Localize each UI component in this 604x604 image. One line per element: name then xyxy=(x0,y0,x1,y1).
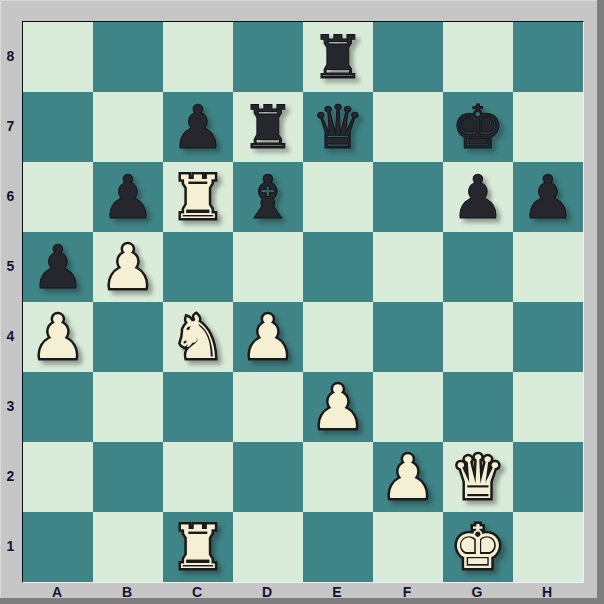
square-g8[interactable] xyxy=(443,22,513,92)
piece-white-knight[interactable]: ♞♞ xyxy=(163,302,233,372)
square-a5[interactable]: ♟ xyxy=(23,232,93,302)
piece-white-pawn[interactable]: ♟♟ xyxy=(93,232,163,302)
piece-white-rook[interactable]: ♜♜ xyxy=(163,162,233,232)
pawn-icon: ♟ xyxy=(513,162,583,232)
piece-black-pawn[interactable]: ♟ xyxy=(443,162,513,232)
rank-label-6: 6 xyxy=(0,161,21,231)
rank-label-4: 4 xyxy=(0,301,21,371)
file-label-b: B xyxy=(92,583,162,601)
square-c5[interactable] xyxy=(163,232,233,302)
square-h1[interactable] xyxy=(513,512,583,582)
square-e7[interactable]: ♛ xyxy=(303,92,373,162)
pawn-icon: ♟ xyxy=(303,372,373,442)
square-c8[interactable] xyxy=(163,22,233,92)
square-d5[interactable] xyxy=(233,232,303,302)
square-d3[interactable] xyxy=(233,372,303,442)
square-b8[interactable] xyxy=(93,22,163,92)
square-g5[interactable] xyxy=(443,232,513,302)
square-g1[interactable]: ♚♚ xyxy=(443,512,513,582)
king-icon: ♚ xyxy=(443,512,513,582)
square-f2[interactable]: ♟♟ xyxy=(373,442,443,512)
pawn-icon: ♟ xyxy=(443,162,513,232)
piece-black-rook[interactable]: ♜ xyxy=(303,22,373,92)
square-g6[interactable]: ♟ xyxy=(443,162,513,232)
knight-icon: ♞ xyxy=(163,302,233,372)
square-b5[interactable]: ♟♟ xyxy=(93,232,163,302)
square-c1[interactable]: ♜♜ xyxy=(163,512,233,582)
piece-white-pawn[interactable]: ♟♟ xyxy=(303,372,373,442)
pawn-icon: ♟ xyxy=(93,232,163,302)
square-d6[interactable]: ♝ xyxy=(233,162,303,232)
square-c2[interactable] xyxy=(163,442,233,512)
square-e6[interactable] xyxy=(303,162,373,232)
pawn-icon: ♟ xyxy=(23,232,93,302)
square-c4[interactable]: ♞♞ xyxy=(163,302,233,372)
rook-icon: ♜ xyxy=(163,162,233,232)
piece-black-rook[interactable]: ♜ xyxy=(233,92,303,162)
square-g2[interactable]: ♛♛ xyxy=(443,442,513,512)
rook-icon: ♜ xyxy=(233,92,303,162)
square-d4[interactable]: ♟♟ xyxy=(233,302,303,372)
square-b2[interactable] xyxy=(93,442,163,512)
square-d1[interactable] xyxy=(233,512,303,582)
square-d7[interactable]: ♜ xyxy=(233,92,303,162)
file-label-c: C xyxy=(162,583,232,601)
king-icon: ♚ xyxy=(443,92,513,162)
piece-black-pawn[interactable]: ♟ xyxy=(513,162,583,232)
square-h7[interactable] xyxy=(513,92,583,162)
square-d2[interactable] xyxy=(233,442,303,512)
rook-icon: ♜ xyxy=(163,512,233,582)
square-e1[interactable] xyxy=(303,512,373,582)
square-a2[interactable] xyxy=(23,442,93,512)
bishop-icon: ♝ xyxy=(233,162,303,232)
square-g3[interactable] xyxy=(443,372,513,442)
rank-label-2: 2 xyxy=(0,441,21,511)
pawn-icon: ♟ xyxy=(233,302,303,372)
piece-black-pawn[interactable]: ♟ xyxy=(163,92,233,162)
square-h6[interactable]: ♟ xyxy=(513,162,583,232)
rank-label-1: 1 xyxy=(0,511,21,581)
square-f6[interactable] xyxy=(373,162,443,232)
piece-white-king[interactable]: ♚♚ xyxy=(443,512,513,582)
file-label-a: A xyxy=(22,583,92,601)
square-b7[interactable] xyxy=(93,92,163,162)
rook-icon: ♜ xyxy=(303,22,373,92)
piece-black-pawn[interactable]: ♟ xyxy=(93,162,163,232)
square-b4[interactable] xyxy=(93,302,163,372)
square-e8[interactable]: ♜ xyxy=(303,22,373,92)
queen-icon: ♛ xyxy=(303,92,373,162)
square-b6[interactable]: ♟ xyxy=(93,162,163,232)
file-label-g: G xyxy=(442,583,512,601)
file-label-h: H xyxy=(512,583,582,601)
pawn-icon: ♟ xyxy=(23,302,93,372)
square-a8[interactable] xyxy=(23,22,93,92)
square-h2[interactable] xyxy=(513,442,583,512)
square-e3[interactable]: ♟♟ xyxy=(303,372,373,442)
pawn-icon: ♟ xyxy=(373,442,443,512)
pawn-icon: ♟ xyxy=(163,92,233,162)
square-f4[interactable] xyxy=(373,302,443,372)
square-h5[interactable] xyxy=(513,232,583,302)
piece-white-queen[interactable]: ♛♛ xyxy=(443,442,513,512)
rank-label-5: 5 xyxy=(0,231,21,301)
piece-black-bishop[interactable]: ♝ xyxy=(233,162,303,232)
square-h3[interactable] xyxy=(513,372,583,442)
square-a1[interactable] xyxy=(23,512,93,582)
piece-black-pawn[interactable]: ♟ xyxy=(23,232,93,302)
square-g7[interactable]: ♚ xyxy=(443,92,513,162)
piece-white-rook[interactable]: ♜♜ xyxy=(163,512,233,582)
rank-label-7: 7 xyxy=(0,91,21,161)
square-a7[interactable] xyxy=(23,92,93,162)
square-h8[interactable] xyxy=(513,22,583,92)
chessboard-frame: ♜♟♜♛♚♟♜♜♝♟♟♟♟♟♟♟♞♞♟♟♟♟♟♟♛♛♜♜♚♚ 87654321A… xyxy=(0,0,604,604)
square-c3[interactable] xyxy=(163,372,233,442)
queen-icon: ♛ xyxy=(443,442,513,512)
file-label-f: F xyxy=(372,583,442,601)
file-label-d: D xyxy=(232,583,302,601)
square-c6[interactable]: ♜♜ xyxy=(163,162,233,232)
square-f7[interactable] xyxy=(373,92,443,162)
square-b3[interactable] xyxy=(93,372,163,442)
piece-white-pawn[interactable]: ♟♟ xyxy=(233,302,303,372)
piece-white-pawn[interactable]: ♟♟ xyxy=(23,302,93,372)
pawn-icon: ♟ xyxy=(93,162,163,232)
chess-board: ♜♟♜♛♚♟♜♜♝♟♟♟♟♟♟♟♞♞♟♟♟♟♟♟♛♛♜♜♚♚ xyxy=(22,21,584,583)
square-f1[interactable] xyxy=(373,512,443,582)
square-d8[interactable] xyxy=(233,22,303,92)
square-f3[interactable] xyxy=(373,372,443,442)
square-e2[interactable] xyxy=(303,442,373,512)
square-e4[interactable] xyxy=(303,302,373,372)
square-a6[interactable] xyxy=(23,162,93,232)
square-c7[interactable]: ♟ xyxy=(163,92,233,162)
square-g4[interactable] xyxy=(443,302,513,372)
piece-black-king[interactable]: ♚ xyxy=(443,92,513,162)
square-h4[interactable] xyxy=(513,302,583,372)
square-a3[interactable] xyxy=(23,372,93,442)
file-label-e: E xyxy=(302,583,372,601)
square-b1[interactable] xyxy=(93,512,163,582)
rank-label-8: 8 xyxy=(0,21,21,91)
piece-white-pawn[interactable]: ♟♟ xyxy=(373,442,443,512)
piece-black-queen[interactable]: ♛ xyxy=(303,92,373,162)
square-f5[interactable] xyxy=(373,232,443,302)
square-f8[interactable] xyxy=(373,22,443,92)
square-e5[interactable] xyxy=(303,232,373,302)
square-a4[interactable]: ♟♟ xyxy=(23,302,93,372)
rank-label-3: 3 xyxy=(0,371,21,441)
